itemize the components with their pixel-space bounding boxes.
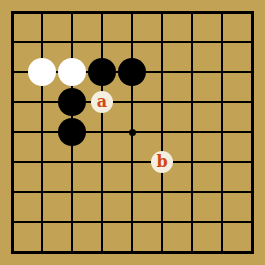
go-board-diagram: ●●●●●●ab [0, 0, 265, 265]
stone-black: ● [118, 58, 146, 86]
point-label-b: b [151, 151, 173, 173]
stone-black: ● [58, 118, 86, 146]
point-label-a: a [91, 91, 113, 113]
stone-black: ● [88, 58, 116, 86]
stone-black: ● [58, 88, 86, 116]
star-point [129, 129, 136, 136]
stone-white: ● [58, 58, 86, 86]
stone-white: ● [28, 58, 56, 86]
